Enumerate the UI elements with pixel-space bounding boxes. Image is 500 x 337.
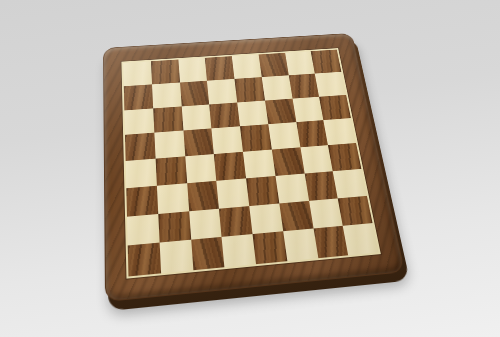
square-e6: [237, 100, 268, 126]
square-c1: [191, 237, 225, 270]
square-g7: [288, 73, 319, 98]
square-f7: [262, 75, 293, 100]
square-d6: [209, 102, 240, 128]
square-d2: [219, 206, 252, 237]
square-h7: [315, 72, 346, 97]
square-a4: [126, 159, 157, 188]
square-c5: [183, 129, 214, 157]
square-a6: [124, 108, 154, 135]
maple-inlay-line: [121, 48, 380, 279]
square-h4: [328, 143, 361, 171]
square-f1: [283, 229, 318, 261]
square-e1: [253, 231, 288, 264]
square-d5: [212, 126, 243, 154]
playing-field: [123, 50, 378, 277]
square-e5: [240, 124, 272, 151]
square-a2: [127, 214, 159, 246]
square-g6: [292, 96, 323, 122]
square-b8: [151, 60, 180, 85]
square-d1: [222, 234, 256, 267]
square-e3: [246, 176, 279, 206]
square-h1: [343, 223, 379, 255]
square-b6: [153, 106, 183, 133]
square-d3: [217, 178, 250, 208]
square-d4: [214, 152, 246, 181]
square-f6: [265, 98, 296, 124]
chessboard: [103, 33, 405, 302]
square-a3: [126, 186, 158, 217]
square-a5: [125, 133, 155, 161]
square-f2: [279, 200, 313, 231]
square-h5: [324, 118, 356, 145]
square-c4: [185, 154, 217, 183]
square-b7: [152, 82, 181, 108]
square-b5: [154, 131, 185, 159]
square-g5: [296, 120, 328, 147]
square-c8: [178, 58, 207, 83]
square-e8: [232, 54, 262, 78]
photo-backdrop: [0, 0, 500, 337]
square-e7: [234, 77, 264, 102]
square-d8: [205, 56, 234, 80]
square-h8: [311, 50, 341, 74]
square-c3: [187, 181, 219, 211]
square-f3: [275, 173, 308, 203]
square-h2: [338, 195, 373, 226]
square-a7: [124, 84, 153, 110]
square-g8: [285, 51, 315, 75]
square-a1: [128, 243, 161, 277]
square-f4: [272, 147, 305, 175]
square-f5: [268, 122, 300, 149]
square-b3: [157, 183, 189, 214]
square-c7: [180, 81, 210, 107]
square-h6: [319, 94, 351, 120]
square-h3: [333, 169, 367, 198]
square-c6: [181, 104, 211, 131]
square-a8: [123, 61, 152, 86]
square-b1: [159, 240, 193, 273]
square-d7: [207, 79, 237, 104]
square-e4: [243, 150, 275, 179]
square-c2: [189, 208, 222, 240]
square-f8: [258, 53, 288, 77]
square-b2: [158, 211, 191, 243]
square-b4: [155, 156, 186, 185]
square-e2: [249, 203, 283, 234]
